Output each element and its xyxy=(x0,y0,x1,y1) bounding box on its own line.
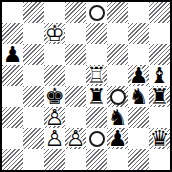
square-a8[interactable] xyxy=(2,2,23,23)
chess-board-frame: ♚♔♟♜♖♟♝♚♜♞♜♟♙♞♟♙♟♙♟♛ xyxy=(0,0,172,172)
piece-black-rook: ♜ xyxy=(149,86,170,107)
square-c3[interactable]: ♟♙ xyxy=(44,107,65,128)
square-d7[interactable] xyxy=(65,23,86,44)
piece-black-pawn: ♟ xyxy=(107,128,128,149)
square-a1[interactable] xyxy=(2,149,23,170)
square-b4[interactable] xyxy=(23,86,44,107)
square-e3[interactable] xyxy=(86,107,107,128)
square-h8[interactable] xyxy=(149,2,170,23)
square-f8[interactable] xyxy=(107,2,128,23)
piece-black-pawn: ♟ xyxy=(128,65,149,86)
square-c7[interactable]: ♚♔ xyxy=(44,23,65,44)
piece-black-bishop: ♝ xyxy=(149,65,170,86)
piece-white-pawn: ♟♙ xyxy=(65,128,86,149)
square-a3[interactable] xyxy=(2,107,23,128)
square-f7[interactable] xyxy=(107,23,128,44)
square-e5[interactable]: ♜♖ xyxy=(86,65,107,86)
circle-marker xyxy=(89,5,105,21)
square-g3[interactable] xyxy=(128,107,149,128)
square-g1[interactable] xyxy=(128,149,149,170)
square-b5[interactable] xyxy=(23,65,44,86)
square-b7[interactable] xyxy=(23,23,44,44)
square-h7[interactable] xyxy=(149,23,170,44)
square-e8[interactable] xyxy=(86,2,107,23)
square-a4[interactable] xyxy=(2,86,23,107)
square-c2[interactable]: ♟♙ xyxy=(44,128,65,149)
square-c5[interactable] xyxy=(44,65,65,86)
square-d6[interactable] xyxy=(65,44,86,65)
square-a5[interactable] xyxy=(2,65,23,86)
square-b8[interactable] xyxy=(23,2,44,23)
square-d5[interactable] xyxy=(65,65,86,86)
square-c1[interactable] xyxy=(44,149,65,170)
square-h6[interactable] xyxy=(149,44,170,65)
square-c4[interactable]: ♚ xyxy=(44,86,65,107)
square-b6[interactable] xyxy=(23,44,44,65)
square-f5[interactable] xyxy=(107,65,128,86)
circle-marker xyxy=(89,131,105,147)
square-a7[interactable] xyxy=(2,23,23,44)
piece-black-knight: ♞ xyxy=(107,107,128,128)
square-e4[interactable]: ♜ xyxy=(86,86,107,107)
square-h1[interactable] xyxy=(149,149,170,170)
chess-board: ♚♔♟♜♖♟♝♚♜♞♜♟♙♞♟♙♟♙♟♛ xyxy=(2,2,170,170)
square-g8[interactable] xyxy=(128,2,149,23)
square-d4[interactable] xyxy=(65,86,86,107)
square-g6[interactable] xyxy=(128,44,149,65)
square-d8[interactable] xyxy=(65,2,86,23)
square-h2[interactable]: ♛ xyxy=(149,128,170,149)
square-h4[interactable]: ♜ xyxy=(149,86,170,107)
circle-marker xyxy=(110,89,126,105)
square-d3[interactable] xyxy=(65,107,86,128)
square-h3[interactable] xyxy=(149,107,170,128)
piece-black-pawn: ♟ xyxy=(2,44,23,65)
square-h5[interactable]: ♝ xyxy=(149,65,170,86)
square-f3[interactable]: ♞ xyxy=(107,107,128,128)
piece-white-rook: ♜♖ xyxy=(86,65,107,86)
piece-black-king: ♚ xyxy=(44,86,65,107)
square-e7[interactable] xyxy=(86,23,107,44)
square-f6[interactable] xyxy=(107,44,128,65)
piece-white-pawn: ♟♙ xyxy=(44,128,65,149)
square-d1[interactable] xyxy=(65,149,86,170)
square-g7[interactable] xyxy=(128,23,149,44)
piece-white-king: ♚♔ xyxy=(44,23,65,44)
square-e6[interactable] xyxy=(86,44,107,65)
square-a2[interactable] xyxy=(2,128,23,149)
square-b1[interactable] xyxy=(23,149,44,170)
piece-black-rook: ♜ xyxy=(86,86,107,107)
piece-white-pawn: ♟♙ xyxy=(44,107,65,128)
square-b2[interactable] xyxy=(23,128,44,149)
piece-black-queen: ♛ xyxy=(149,128,170,149)
square-c8[interactable] xyxy=(44,2,65,23)
square-a6[interactable]: ♟ xyxy=(2,44,23,65)
square-g4[interactable]: ♞ xyxy=(128,86,149,107)
square-f1[interactable] xyxy=(107,149,128,170)
square-e2[interactable] xyxy=(86,128,107,149)
square-b3[interactable] xyxy=(23,107,44,128)
piece-black-knight: ♞ xyxy=(128,86,149,107)
square-f2[interactable]: ♟ xyxy=(107,128,128,149)
square-d2[interactable]: ♟♙ xyxy=(65,128,86,149)
square-f4[interactable] xyxy=(107,86,128,107)
square-e1[interactable] xyxy=(86,149,107,170)
square-g5[interactable]: ♟ xyxy=(128,65,149,86)
square-c6[interactable] xyxy=(44,44,65,65)
square-g2[interactable] xyxy=(128,128,149,149)
